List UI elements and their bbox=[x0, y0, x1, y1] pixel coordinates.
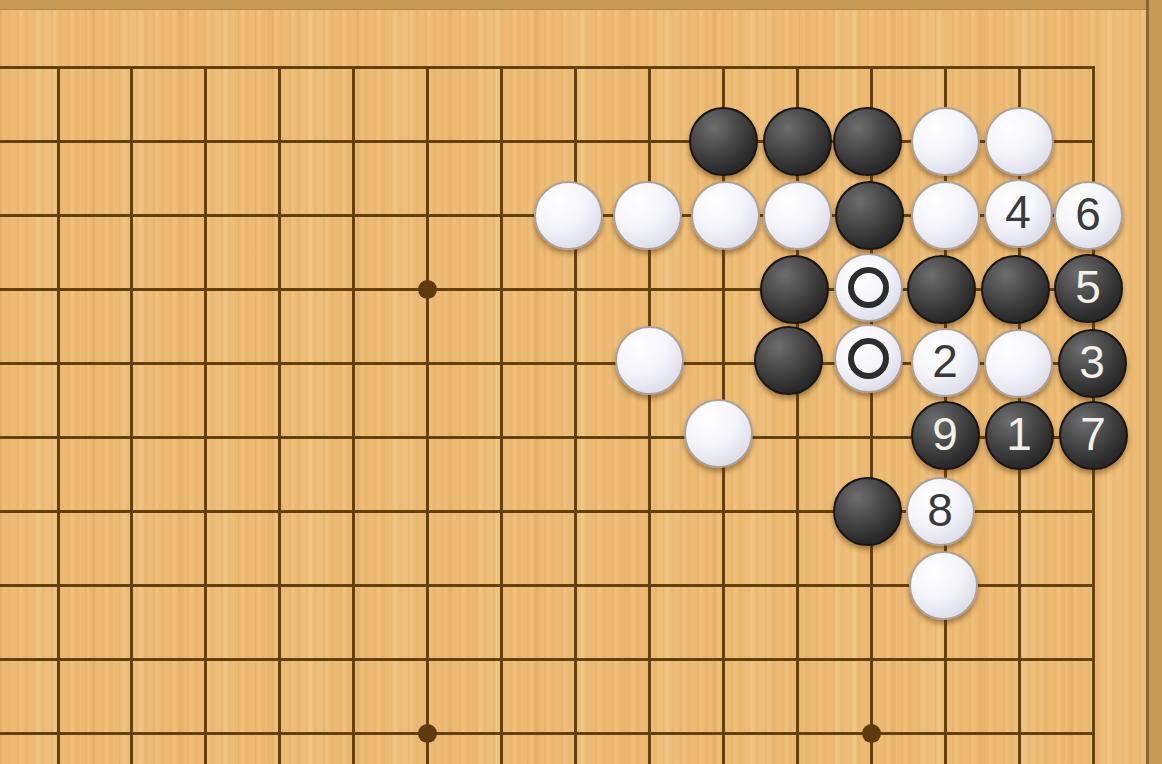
star-point-K10 bbox=[418, 724, 437, 743]
stone-white-S15 bbox=[984, 329, 1053, 398]
board-right-border bbox=[1146, 0, 1162, 764]
star-point-K16 bbox=[418, 280, 437, 299]
grid-vline bbox=[500, 66, 503, 764]
stone-white-M17 bbox=[534, 181, 603, 250]
stone-black-S16 bbox=[981, 255, 1050, 324]
grid-hline bbox=[0, 658, 1095, 661]
stone-white-T17-move-6: 6 bbox=[1054, 181, 1123, 250]
stone-white-S18 bbox=[985, 107, 1054, 176]
grid-hline bbox=[0, 66, 1095, 69]
grid-vline bbox=[278, 66, 281, 764]
stone-white-R18 bbox=[911, 107, 980, 176]
grid-vline bbox=[204, 66, 207, 764]
stone-white-N17 bbox=[613, 181, 682, 250]
grid-vline bbox=[426, 66, 429, 764]
move-number: 7 bbox=[1080, 411, 1106, 457]
stone-black-Q18 bbox=[833, 107, 902, 176]
move-number: 8 bbox=[927, 487, 953, 533]
stone-black-Q13 bbox=[833, 477, 902, 546]
stone-white-Q16-marked bbox=[834, 253, 903, 322]
grid-vline bbox=[130, 66, 133, 764]
stone-black-P16 bbox=[760, 255, 829, 324]
stone-black-Q17 bbox=[835, 181, 904, 250]
stone-black-R16 bbox=[907, 255, 976, 324]
go-board[interactable]: 465239178 bbox=[0, 0, 1162, 764]
stone-white-O17 bbox=[691, 181, 760, 250]
stone-black-P18 bbox=[763, 107, 832, 176]
stone-white-S17-move-4: 4 bbox=[984, 179, 1053, 248]
stone-white-R17 bbox=[911, 181, 980, 250]
stone-black-T15-move-3: 3 bbox=[1058, 329, 1127, 398]
grid-vline bbox=[352, 66, 355, 764]
stone-black-T14-move-7: 7 bbox=[1059, 401, 1128, 470]
stone-white-R12 bbox=[909, 551, 978, 620]
move-number: 5 bbox=[1075, 264, 1101, 310]
stone-black-R14-move-9: 9 bbox=[911, 401, 980, 470]
stone-black-T16-move-5: 5 bbox=[1054, 254, 1123, 323]
stone-black-O18 bbox=[689, 107, 758, 176]
stone-black-S14-move-1: 1 bbox=[985, 401, 1054, 470]
circle-marker bbox=[848, 338, 889, 379]
star-point-Q10 bbox=[862, 724, 881, 743]
move-number: 3 bbox=[1079, 339, 1105, 385]
stone-white-O14 bbox=[684, 399, 753, 468]
stone-white-P17 bbox=[763, 181, 832, 250]
stone-black-P15 bbox=[754, 326, 823, 395]
board-top-border bbox=[0, 0, 1162, 10]
move-number: 4 bbox=[1005, 189, 1031, 235]
stone-white-Q15-marked bbox=[834, 324, 903, 393]
stone-white-R15-move-2: 2 bbox=[911, 328, 980, 397]
move-number: 6 bbox=[1075, 191, 1101, 237]
move-number: 1 bbox=[1006, 411, 1032, 457]
grid-vline bbox=[574, 66, 577, 764]
grid-vline bbox=[648, 66, 651, 764]
circle-marker bbox=[848, 267, 889, 308]
stone-white-R13-move-8: 8 bbox=[906, 477, 975, 546]
grid-vline bbox=[57, 66, 60, 764]
grid-hline bbox=[0, 732, 1095, 735]
stone-white-N15 bbox=[615, 326, 684, 395]
move-number: 9 bbox=[932, 411, 958, 457]
move-number: 2 bbox=[932, 338, 958, 384]
